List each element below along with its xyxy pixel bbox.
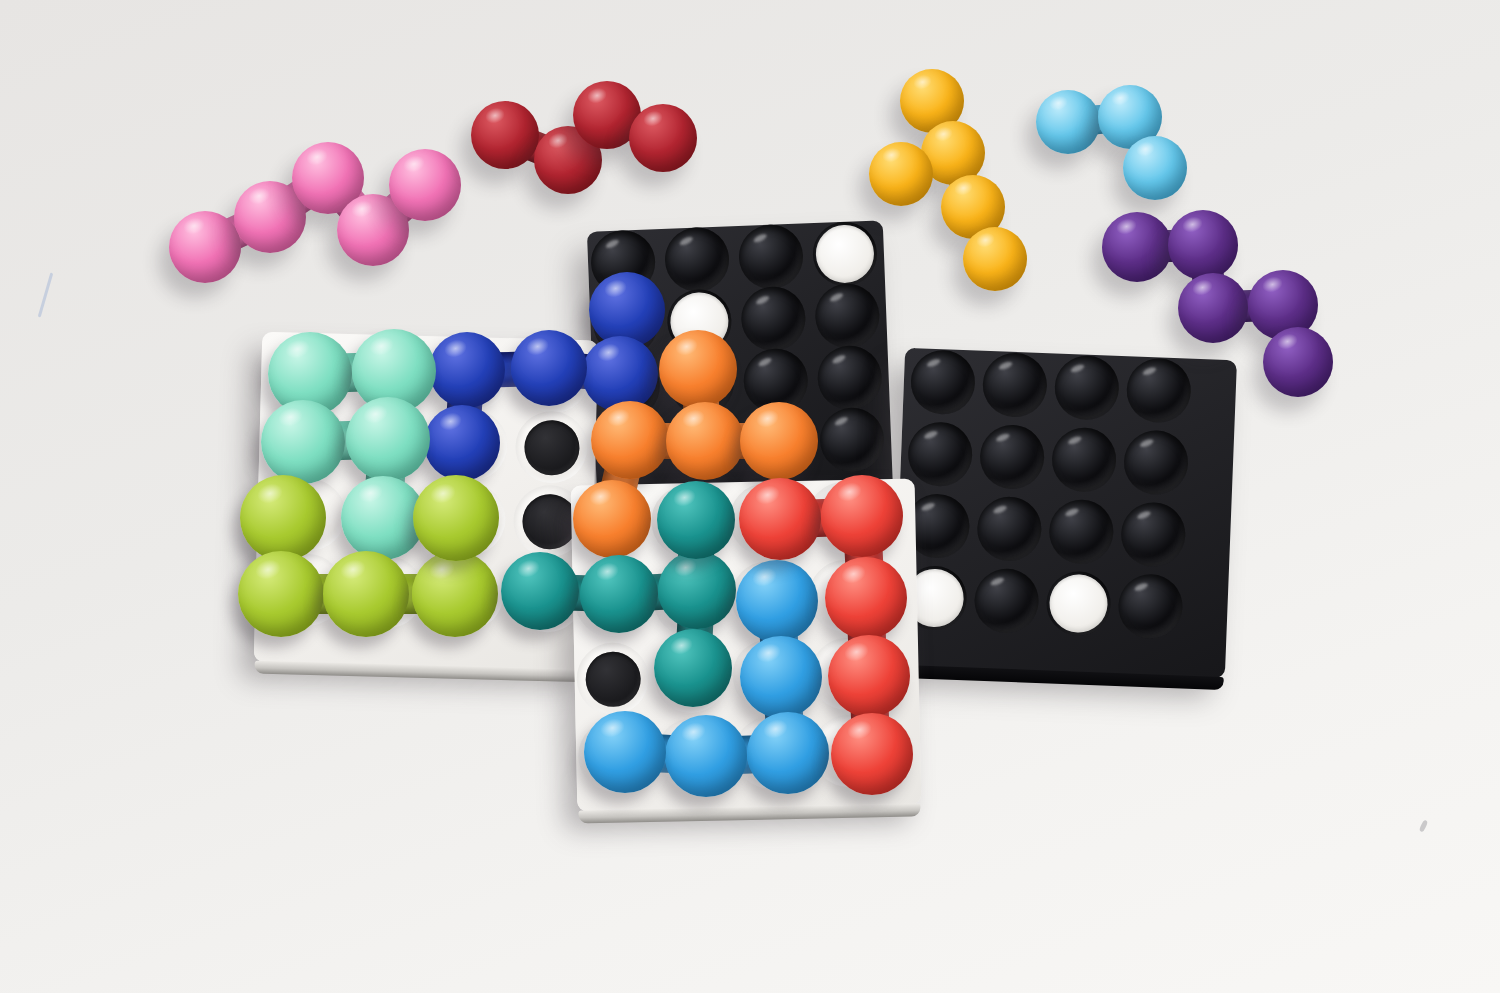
tray-black-right-cell-r0c3[interactable] — [1126, 357, 1192, 423]
piece-yellow-ball-4 — [963, 227, 1027, 291]
piece-purple-neck — [1212, 289, 1283, 324]
tray-white-left-cell-r3c0[interactable] — [271, 553, 345, 627]
tray-white-center — [571, 478, 922, 811]
piece-purple-ball-2 — [1178, 273, 1248, 343]
piece-yellow-ball-2 — [869, 142, 933, 206]
tray-black-top-cell-r0c2[interactable] — [738, 224, 804, 290]
tray-black-right-cell-r0c2[interactable] — [1054, 355, 1120, 421]
tray-white-left-cell-r0c2[interactable] — [436, 338, 510, 412]
tray-black-right-cell-r1c1[interactable] — [979, 424, 1045, 490]
piece-darkred-neck — [601, 101, 669, 153]
piece-purple-ball-3 — [1248, 270, 1318, 340]
piece-darkred-ball-2 — [573, 81, 641, 149]
piece-darkred-ball-3 — [629, 104, 697, 172]
piece-yellow-ball-3 — [941, 175, 1005, 239]
piece-purple-neck — [1267, 301, 1313, 366]
tray-black-right — [893, 348, 1237, 679]
tray-white-center-cell-r3c0[interactable] — [578, 719, 651, 792]
tray-white-center-cell-r1c0[interactable] — [574, 564, 647, 637]
piece-purple-ball-1 — [1168, 210, 1238, 280]
tray-black-right-cell-r2c1[interactable] — [976, 496, 1042, 562]
tray-white-center-cell-r2c3[interactable] — [810, 637, 883, 710]
tray-white-left-blocking-dot-black-r1c3 — [523, 419, 579, 475]
tray-black-top-cell-r1c2[interactable] — [740, 285, 806, 351]
piece-yellow-ball-1 — [921, 121, 985, 185]
tray-white-center-cell-r1c1[interactable] — [652, 562, 725, 635]
tray-white-center-cell-r0c1[interactable] — [651, 484, 724, 557]
tray-black-top-cell-r3c0[interactable] — [597, 415, 663, 481]
piece-yellow-neck — [918, 95, 966, 158]
tray-black-right-cell-r2c2[interactable] — [1048, 498, 1114, 564]
tray-black-top-cell-r3c2[interactable] — [745, 409, 811, 475]
tray-white-left — [254, 332, 599, 671]
piece-pink-ball-3 — [337, 194, 409, 266]
tray-white-center-blocking-dot-black-r2c0 — [585, 651, 641, 707]
tray-white-center-cell-r0c0[interactable] — [573, 486, 646, 559]
piece-lightblue-neck — [1067, 102, 1131, 136]
tray-black-top-cell-r3c3[interactable] — [819, 407, 885, 473]
tray-white-center-cell-r3c2[interactable] — [734, 716, 807, 789]
piece-yellow-neck — [959, 201, 1008, 264]
piece-pink-neck — [315, 167, 385, 241]
tray-black-right-cell-r1c0[interactable] — [907, 421, 973, 487]
piece-pink-neck — [198, 202, 277, 262]
tray-black-right-cell-r0c1[interactable] — [982, 352, 1048, 418]
tray-black-top-cell-r2c0[interactable] — [595, 353, 661, 419]
piece-yellow-ball-0 — [900, 69, 964, 133]
piece-lightblue-neck — [1117, 111, 1168, 175]
surface-speck — [1419, 820, 1428, 833]
piece-darkred-ball-1 — [534, 126, 602, 194]
tray-white-left-cell-r2c2[interactable] — [433, 482, 507, 556]
tray-black-top-cell-r2c3[interactable] — [816, 345, 882, 411]
tray-white-left-cell-r0c0[interactable] — [276, 334, 350, 408]
piece-purple-ball-0 — [1102, 212, 1172, 282]
tray-white-left-cell-r1c2[interactable] — [435, 408, 509, 482]
piece-pink-ball-1 — [234, 181, 306, 253]
piece-pink-ball-4 — [389, 149, 461, 221]
tray-black-right-cell-r3c3[interactable] — [1117, 573, 1183, 639]
tray-black-top-cell-r3c1[interactable] — [671, 412, 737, 478]
piece-yellow-neck — [895, 139, 958, 187]
tray-white-left-cell-r0c3[interactable] — [516, 340, 590, 414]
tray-white-left-cell-r2c1[interactable] — [353, 480, 427, 554]
piece-lightblue-ball-2 — [1123, 136, 1187, 200]
piece-lightblue-ball-1 — [1098, 85, 1162, 149]
tray-white-left-cell-r0c1[interactable] — [356, 336, 430, 410]
piece-darkred-ball-0 — [471, 101, 539, 169]
tray-black-right-cell-r1c3[interactable] — [1123, 429, 1189, 495]
tray-white-center-cell-r2c2[interactable] — [732, 639, 805, 712]
piece-lightblue-ball-0 — [1036, 90, 1100, 154]
tray-white-left-cell-r3c1[interactable] — [351, 555, 425, 629]
tray-black-top — [587, 220, 893, 503]
tray-white-center-cell-r2c1[interactable] — [654, 640, 727, 713]
puzzle-photo-scene — [0, 0, 1500, 993]
tray-black-top-cell-r0c0[interactable] — [590, 229, 656, 295]
piece-purple-ball-4 — [1263, 327, 1333, 397]
tray-white-left-cell-r1c0[interactable] — [275, 404, 349, 478]
piece-pink-neck — [362, 172, 436, 242]
tray-white-left-cell-r1c1[interactable] — [355, 406, 429, 480]
piece-purple-neck — [1137, 229, 1204, 263]
tray-white-center-cell-r0c2[interactable] — [729, 483, 802, 556]
tray-black-top-cell-r2c1[interactable] — [669, 350, 735, 416]
tray-white-center-cell-r1c3[interactable] — [808, 559, 881, 632]
piece-pink-neck — [261, 164, 337, 230]
tray-white-center-cell-r0c3[interactable] — [807, 481, 880, 554]
tray-black-right-cell-r1c2[interactable] — [1051, 426, 1117, 492]
piece-darkred-neck — [499, 120, 574, 174]
tray-white-center-cell-r3c3[interactable] — [811, 714, 884, 787]
tray-black-right-cell-r3c1[interactable] — [973, 568, 1039, 634]
tray-black-top-cell-r1c3[interactable] — [814, 283, 880, 349]
tray-white-center-cell-r3c1[interactable] — [656, 717, 729, 790]
tray-black-top-cell-r2c2[interactable] — [743, 347, 809, 413]
tray-black-right-cell-r0c0[interactable] — [910, 349, 976, 415]
tray-white-left-cell-r3c2[interactable] — [431, 557, 505, 631]
piece-darkred-neck — [556, 105, 619, 170]
tray-white-left-cell-r2c0[interactable] — [273, 478, 347, 552]
piece-pink-ball-2 — [292, 142, 364, 214]
piece-pink-ball-0 — [169, 211, 241, 283]
tray-black-top-cell-r1c0[interactable] — [592, 291, 658, 357]
tray-white-left-blocking-dot-black-r2c3 — [521, 493, 577, 549]
tray-black-right-cell-r2c3[interactable] — [1120, 501, 1186, 567]
surface-scratch — [38, 272, 54, 317]
piece-yellow-neck — [939, 148, 987, 212]
tray-black-top-cell-r0c1[interactable] — [664, 226, 730, 292]
tray-white-center-cell-r1c2[interactable] — [730, 561, 803, 634]
piece-purple-neck — [1187, 242, 1229, 310]
